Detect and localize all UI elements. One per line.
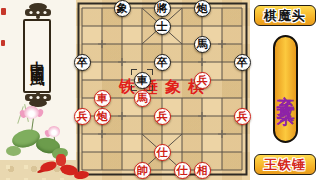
board-piece-black[interactable]: 炮 [194, 0, 211, 17]
right-info-panel: 棋魔头 弃子攻杀 王铁锤 [250, 0, 320, 180]
board-piece-red[interactable]: 帥 [134, 162, 151, 179]
board-piece-black[interactable]: 士 [154, 18, 171, 35]
board-piece-red[interactable]: 車 [94, 90, 111, 107]
left-title: 中國風 [30, 49, 45, 64]
board-piece-black[interactable]: 象 [114, 0, 131, 17]
red-seal-icon [1, 40, 5, 46]
app-window: 中國風 [0, 0, 320, 180]
board-piece-black[interactable]: 卒 [234, 54, 251, 71]
theme-banner-text: 弃子攻杀 [277, 81, 295, 97]
board-piece-red[interactable]: 兵 [234, 108, 251, 125]
author-badge: 王铁锤 [254, 154, 316, 175]
board-piece-red[interactable]: 炮 [94, 108, 111, 125]
board-piece-red[interactable]: 仕 [174, 162, 191, 179]
left-decor-panel: 中國風 [0, 0, 76, 180]
lotus-leaf [6, 146, 21, 156]
board-piece-red[interactable]: 兵 [154, 108, 171, 125]
board-piece-red[interactable]: 馬 [134, 90, 151, 107]
board-piece-red[interactable]: 兵 [194, 72, 211, 89]
board-piece-red[interactable]: 兵 [74, 108, 91, 125]
title-scroll: 中國風 [23, 19, 51, 93]
red-seal-icon [1, 8, 6, 15]
lotus-flower [48, 126, 60, 137]
board-piece-black[interactable]: 車 [134, 72, 151, 89]
board-piece-red[interactable]: 仕 [154, 144, 171, 161]
board-piece-black[interactable]: 卒 [154, 54, 171, 71]
scroll-knot-top-icon [21, 3, 55, 19]
board-piece-red[interactable]: 相 [194, 162, 211, 179]
channel-badge: 棋魔头 [254, 5, 316, 26]
lotus-flower [24, 106, 39, 119]
board-watermark: 铁锤象棋 [90, 79, 240, 95]
board-piece-black[interactable]: 馬 [194, 36, 211, 53]
theme-banner: 弃子攻杀 [273, 35, 298, 143]
board-piece-black[interactable]: 卒 [74, 54, 91, 71]
board-piece-black[interactable]: 將 [154, 0, 171, 17]
xiangqi-board[interactable]: 铁锤象棋 象將炮士馬卒卒卒車兵車馬兵炮兵兵仕帥仕相 [76, 0, 250, 180]
